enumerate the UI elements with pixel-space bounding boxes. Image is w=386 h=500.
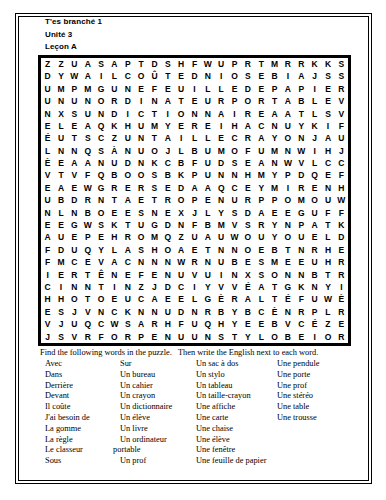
grid-cell: N — [201, 331, 214, 343]
grid-cell: W — [335, 194, 348, 206]
grid-cell: O — [228, 145, 241, 157]
grid-cell: O — [308, 194, 321, 206]
grid-cell: D — [108, 108, 121, 120]
grid-cell: E — [54, 269, 67, 281]
grid-cell: H — [54, 293, 67, 305]
grid-cell: N — [68, 207, 81, 219]
grid-cell: Q — [215, 182, 228, 194]
word-item: Avec — [45, 359, 120, 370]
grid-cell: C — [335, 157, 348, 169]
word-item: Un taille-crayon — [196, 391, 277, 402]
grid-cell: S — [335, 58, 348, 70]
grid-cell: J — [54, 318, 67, 330]
grid-cell: O — [321, 331, 334, 343]
grid-cell: W — [81, 182, 94, 194]
word-item: J'ai besoin de — [45, 413, 120, 424]
grid-cell: A — [255, 207, 268, 219]
grid-cell: I — [188, 83, 201, 95]
grid-cell: L — [188, 132, 201, 144]
grid-cell: R — [188, 120, 201, 132]
grid-cell: C — [295, 318, 308, 330]
grid-cell: P — [295, 219, 308, 231]
grid-cell: Z — [134, 281, 147, 293]
grid-cell: I — [94, 70, 107, 82]
grid-cell: E — [174, 293, 187, 305]
grid-cell: Y — [241, 331, 254, 343]
grid-cell: S — [94, 219, 107, 231]
grid-cell: I — [281, 70, 294, 82]
grid-cell: E — [295, 256, 308, 268]
instruction-sentence-1: Find the following words in the puzzle. — [40, 348, 172, 357]
grid-cell: S — [148, 170, 161, 182]
grid-cell: E — [121, 182, 134, 194]
grid-cell: N — [281, 269, 294, 281]
grid-cell: D — [148, 58, 161, 70]
grid-cell: N — [201, 256, 214, 268]
grid-cell: U — [201, 145, 214, 157]
grid-cell: E — [215, 132, 228, 144]
grid-cell: K — [308, 120, 321, 132]
grid-cell: O — [241, 95, 254, 107]
grid-cell: H — [161, 318, 174, 330]
grid-cell: F — [41, 244, 54, 256]
grid-cell: Q — [161, 231, 174, 243]
grid-cell: N — [161, 256, 174, 268]
grid-cell: N — [281, 145, 294, 157]
word-item: La règle — [45, 435, 120, 446]
grid-cell: J — [188, 207, 201, 219]
grid-cell: X — [241, 269, 254, 281]
grid-cell: S — [148, 182, 161, 194]
grid-cell: Y — [228, 306, 241, 318]
grid-cell: N — [54, 95, 67, 107]
grid-cell: U — [121, 132, 134, 144]
grid-cell: H — [321, 145, 334, 157]
word-item: Derrière — [45, 381, 120, 392]
grid-cell: V — [228, 219, 241, 231]
book-title: T'es branché 1 — [45, 16, 102, 29]
grid-cell: F — [188, 157, 201, 169]
grid-cell: Z — [41, 58, 54, 70]
grid-cell: C — [121, 70, 134, 82]
grid-cell: R — [81, 331, 94, 343]
grid-cell: S — [255, 256, 268, 268]
grid-cell: E — [201, 194, 214, 206]
grid-cell: Y — [268, 170, 281, 182]
grid-cell: E — [161, 293, 174, 305]
grid-cell: R — [161, 194, 174, 206]
grid-cell: E — [161, 182, 174, 194]
grid-cell: S — [161, 58, 174, 70]
grid-cell: M — [268, 58, 281, 70]
word-item: Sous — [45, 456, 120, 467]
grid-cell: E — [321, 170, 334, 182]
grid-cell: M — [215, 145, 228, 157]
grid-cell: E — [68, 231, 81, 243]
grid-cell: O — [268, 331, 281, 343]
grid-cell: O — [134, 70, 147, 82]
grid-cell: W — [68, 70, 81, 82]
grid-cell: N — [41, 108, 54, 120]
grid-cell: M — [148, 120, 161, 132]
grid-cell: H — [121, 120, 134, 132]
grid-cell: L — [321, 231, 334, 243]
grid-cell: E — [121, 207, 134, 219]
grid-cell: S — [241, 70, 254, 82]
grid-cell: B — [268, 318, 281, 330]
grid-cell: A — [81, 157, 94, 169]
grid-cell: T — [134, 58, 147, 70]
grid-cell: F — [241, 145, 254, 157]
grid-cell: S — [54, 331, 67, 343]
word-item: portable — [113, 445, 196, 456]
grid-cell: R — [228, 293, 241, 305]
grid-cell: U — [41, 83, 54, 95]
grid-cell: N — [215, 244, 228, 256]
grid-cell: U — [134, 120, 147, 132]
grid-cell: R — [121, 331, 134, 343]
grid-cell: T — [54, 170, 67, 182]
grid-cell: A — [281, 83, 294, 95]
grid-cell: E — [295, 331, 308, 343]
grid-cell: S — [335, 70, 348, 82]
grid-cell: O — [94, 207, 107, 219]
grid-cell: B — [295, 95, 308, 107]
grid-cell: I — [174, 132, 187, 144]
grid-cell: V — [94, 256, 107, 268]
grid-cell: H — [241, 170, 254, 182]
grid-cell: U — [188, 331, 201, 343]
grid-cell: O — [174, 194, 187, 206]
grid-cell: B — [201, 219, 214, 231]
grid-cell: R — [188, 256, 201, 268]
grid-cell: W — [174, 256, 187, 268]
grid-cell: U — [215, 256, 228, 268]
grid-cell: J — [148, 281, 161, 293]
grid-cell: B — [308, 269, 321, 281]
grid-cell: R — [81, 194, 94, 206]
grid-cell: N — [134, 306, 147, 318]
instructions: Find the following words in the puzzle.T… — [40, 348, 355, 357]
grid-cell: T — [281, 244, 294, 256]
grid-cell: U — [68, 244, 81, 256]
grid-cell: M — [268, 182, 281, 194]
grid-cell: É — [41, 132, 54, 144]
grid-cell: U — [255, 231, 268, 243]
grid-cell: F — [41, 256, 54, 268]
grid-cell: H — [148, 244, 161, 256]
grid-cell: É — [241, 281, 254, 293]
grid-cell: E — [255, 318, 268, 330]
grid-cell: O — [228, 70, 241, 82]
grid-cell: R — [335, 269, 348, 281]
grid-cell: S — [121, 318, 134, 330]
grid-cell: Y — [54, 70, 67, 82]
grid-cell: A — [215, 108, 228, 120]
grid-cell: S — [255, 269, 268, 281]
grid-cell: A — [148, 293, 161, 305]
grid-cell: U — [68, 58, 81, 70]
grid-cell: U — [174, 331, 187, 343]
grid-cell: Û — [148, 70, 161, 82]
grid-cell: C — [121, 256, 134, 268]
grid-cell: R — [308, 244, 321, 256]
grid-cell: B — [268, 244, 281, 256]
grid-cell: Z — [54, 58, 67, 70]
grid-cell: N — [121, 145, 134, 157]
grid-cell: S — [81, 132, 94, 144]
grid-cell: A — [108, 256, 121, 268]
grid-cell: A — [321, 132, 334, 144]
grid-cell: À — [108, 145, 121, 157]
grid-cell: C — [255, 306, 268, 318]
grid-cell: U — [228, 194, 241, 206]
grid-cell: U — [308, 207, 321, 219]
grid-cell: B — [161, 170, 174, 182]
grid-cell: É — [281, 293, 294, 305]
grid-cell: L — [108, 244, 121, 256]
grid-cell: L — [215, 83, 228, 95]
grid-cell: U — [41, 95, 54, 107]
grid-cell: Y — [321, 281, 334, 293]
grid-cell: N — [94, 194, 107, 206]
grid-cell: Z — [321, 318, 334, 330]
grid-cell: E — [108, 207, 121, 219]
grid-cell: É — [308, 318, 321, 330]
grid-cell: C — [68, 256, 81, 268]
grid-cell: L — [255, 331, 268, 343]
grid-cell: B — [108, 170, 121, 182]
grid-cell: R — [295, 182, 308, 194]
grid-cell: H — [108, 231, 121, 243]
grid-cell: U — [201, 157, 214, 169]
grid-cell: J — [68, 306, 81, 318]
grid-cell: A — [68, 157, 81, 169]
grid-cell: O — [94, 293, 107, 305]
grid-cell: E — [161, 207, 174, 219]
grid-cell: N — [94, 306, 107, 318]
grid-cell: E — [255, 83, 268, 95]
grid-cell: J — [335, 145, 348, 157]
grid-cell: N — [81, 95, 94, 107]
grid-cell: U — [134, 219, 147, 231]
grid-cell: K — [174, 170, 187, 182]
grid-cell: L — [188, 293, 201, 305]
grid-cell: N — [68, 145, 81, 157]
grid-cell: L — [308, 95, 321, 107]
grid-cell: E — [41, 219, 54, 231]
grid-cell: L — [54, 120, 67, 132]
grid-cell: L — [308, 157, 321, 169]
grid-cell: I — [121, 108, 134, 120]
grid-cell: N — [94, 108, 107, 120]
grid-cell: Q — [201, 318, 214, 330]
word-item: Un dictionnaire — [120, 402, 196, 413]
grid-cell: C — [255, 120, 268, 132]
grid-cell: R — [295, 58, 308, 70]
grid-cell: F — [188, 219, 201, 231]
grid-cell: N — [215, 194, 228, 206]
grid-cell: R — [255, 95, 268, 107]
grid-cell: P — [188, 170, 201, 182]
grid-cell: O — [174, 108, 187, 120]
grid-cell: C — [134, 293, 147, 305]
grid-cell: B — [54, 194, 67, 206]
grid-cell: Y — [268, 219, 281, 231]
grid-cell: E — [308, 231, 321, 243]
grid-cell: V — [281, 318, 294, 330]
grid-cell: A — [268, 108, 281, 120]
grid-cell: I — [308, 83, 321, 95]
grid-cell: N — [281, 219, 294, 231]
grid-cell: Y — [268, 132, 281, 144]
grid-cell: E — [241, 318, 254, 330]
grid-cell: A — [201, 231, 214, 243]
grid-cell: B — [188, 145, 201, 157]
grid-cell: T — [268, 293, 281, 305]
grid-cell: G — [68, 219, 81, 231]
grid-cell: N — [54, 145, 67, 157]
grid-cell: O — [134, 231, 147, 243]
grid-cell: E — [268, 207, 281, 219]
grid-cell: V — [41, 318, 54, 330]
grid-cell: N — [295, 269, 308, 281]
grid-cell: Y — [161, 120, 174, 132]
grid-cell: R — [134, 182, 147, 194]
grid-cell: V — [188, 269, 201, 281]
grid-cell: M — [148, 231, 161, 243]
word-item: Une porte — [277, 370, 357, 381]
grid-cell: P — [188, 194, 201, 206]
grid-cell: U — [68, 318, 81, 330]
grid-cell: K — [308, 58, 321, 70]
word-item: Sur — [120, 359, 196, 370]
word-list-column: AvecDansDerrièreDevantIl coûteJ'ai besoi… — [45, 359, 120, 467]
grid-cell: R — [215, 95, 228, 107]
grid-cell: F — [148, 83, 161, 95]
word-item: Le classeur — [45, 445, 120, 456]
grid-cell: D — [241, 83, 254, 95]
grid-cell: S — [134, 244, 147, 256]
grid-cell: W — [281, 157, 294, 169]
word-item: Un ordinateur — [120, 435, 196, 446]
grid-cell: J — [308, 70, 321, 82]
grid-cell: R — [241, 194, 254, 206]
grid-cell: A — [161, 132, 174, 144]
grid-cell: A — [308, 219, 321, 231]
grid-cell: F — [335, 207, 348, 219]
grid-cell: E — [41, 182, 54, 194]
grid-cell: A — [255, 132, 268, 144]
grid-cell: A — [134, 318, 147, 330]
grid-cell: N — [108, 269, 121, 281]
grid-cell: U — [281, 120, 294, 132]
grid-cell: U — [188, 318, 201, 330]
grid-cell: N — [174, 219, 187, 231]
grid-cell: C — [41, 281, 54, 293]
grid-cell: N — [321, 182, 334, 194]
grid-cell: F — [81, 170, 94, 182]
grid-cell: O — [68, 293, 81, 305]
grid-cell: R — [148, 318, 161, 330]
grid-cell: A — [108, 58, 121, 70]
grid-cell: G — [94, 83, 107, 95]
grid-cell: X — [54, 108, 67, 120]
grid-cell: E — [41, 120, 54, 132]
grid-cell: R — [335, 331, 348, 343]
lesson-label: Leçon A — [45, 41, 102, 54]
grid-cell: V — [228, 281, 241, 293]
grid-cell: È — [215, 293, 228, 305]
grid-cell: B — [281, 331, 294, 343]
grid-cell: S — [94, 145, 107, 157]
grid-cell: D — [335, 231, 348, 243]
grid-cell: T — [268, 281, 281, 293]
grid-cell: K — [295, 281, 308, 293]
grid-cell: U — [308, 256, 321, 268]
word-list-column: SurUn bureauUn cahierUn crayonUn diction… — [120, 359, 196, 467]
grid-cell: L — [201, 83, 214, 95]
word-item: La gomme — [45, 424, 120, 435]
grid-cell: E — [68, 120, 81, 132]
grid-cell: D — [54, 244, 67, 256]
grid-cell: N — [41, 207, 54, 219]
grid-cell: O — [108, 331, 121, 343]
grid-cell: R — [121, 231, 134, 243]
grid-cell: T — [148, 132, 161, 144]
grid-cell: T — [321, 219, 334, 231]
word-item: Un crayon — [120, 391, 196, 402]
grid-cell: C — [94, 318, 107, 330]
grid-cell: I — [188, 281, 201, 293]
grid-cell: U — [108, 157, 121, 169]
word-list: AvecDansDerrièreDevantIl coûteJ'ai besoi… — [45, 359, 357, 467]
grid-cell: E — [134, 83, 147, 95]
grid-cell: T — [148, 108, 161, 120]
grid-cell: F — [295, 293, 308, 305]
grid-cell: C — [228, 182, 241, 194]
grid-cell: E — [281, 256, 294, 268]
grid-cell: R — [335, 256, 348, 268]
word-item: Une carte — [196, 413, 277, 424]
grid-cell: Y — [228, 318, 241, 330]
grid-cell: C — [94, 132, 107, 144]
grid-cell: E — [161, 83, 174, 95]
grid-cell: P — [68, 83, 81, 95]
grid-cell: P — [228, 95, 241, 107]
grid-cell: I — [321, 120, 334, 132]
unit-label: Unité 3 — [45, 29, 102, 42]
grid-cell: J — [308, 132, 321, 144]
grid-cell: P — [268, 83, 281, 95]
grid-cell: M — [81, 83, 94, 95]
grid-cell: E — [41, 306, 54, 318]
worksheet-header: T'es branché 1 Unité 3 Leçon A — [45, 16, 102, 54]
grid-cell: C — [228, 132, 241, 144]
grid-cell: E — [188, 95, 201, 107]
grid-cell: C — [161, 157, 174, 169]
grid-cell: S — [68, 108, 81, 120]
grid-cell: B — [228, 256, 241, 268]
grid-cell: R — [108, 95, 121, 107]
grid-cell: Y — [255, 182, 268, 194]
grid-cell: È — [335, 293, 348, 305]
grid-cell: O — [281, 231, 294, 243]
grid-cell: P — [255, 194, 268, 206]
grid-cell: E — [108, 293, 121, 305]
word-item: Un stylo — [196, 370, 277, 381]
word-list-column: Un sac à dosUn styloUn tableauUn taille-… — [196, 359, 277, 467]
